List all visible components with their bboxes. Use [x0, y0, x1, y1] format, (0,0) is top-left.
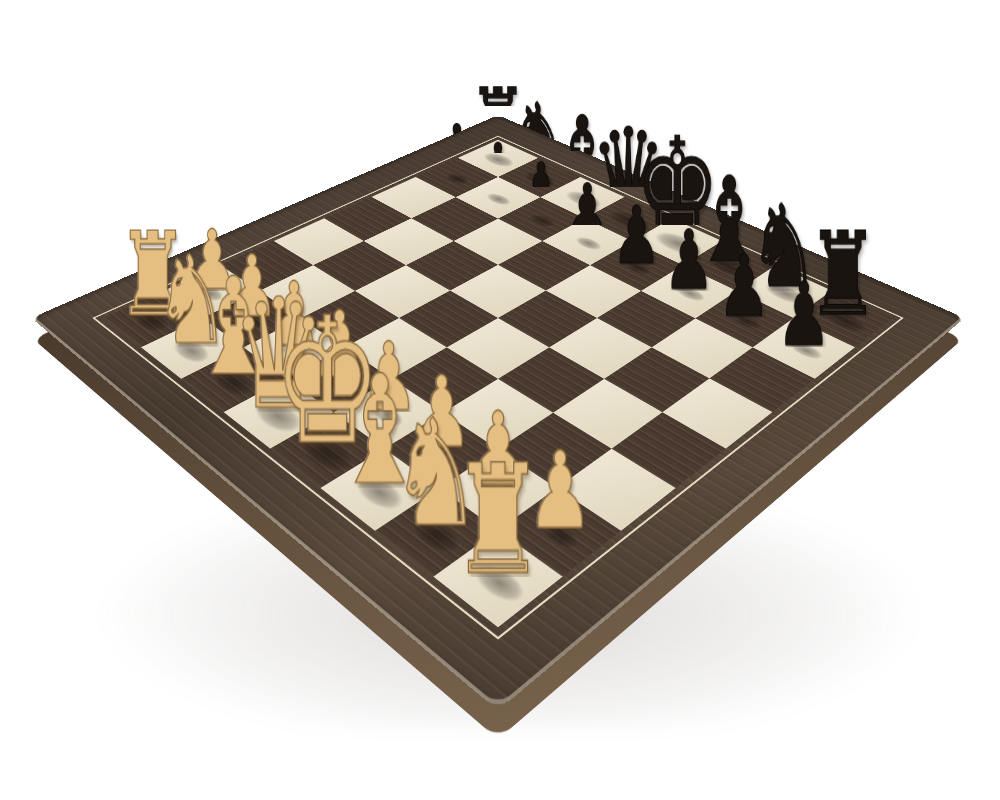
pieces-layer: ♜♞♝♛♚♝♞♜♟♟♟♟♟♟♟♟♟♟♟♟♟♟♟♟♜♞♝♛♚♝♞♜: [103, 140, 892, 628]
photo-scene: ♜♞♝♛♚♝♞♜♟♟♟♟♟♟♟♟♟♟♟♟♟♟♟♟♜♞♝♛♚♝♞♜: [0, 0, 1000, 800]
product-photo: ♜♞♝♛♚♝♞♜♟♟♟♟♟♟♟♟♟♟♟♟♟♟♟♟♜♞♝♛♚♝♞♜: [0, 0, 1000, 800]
chess-board: ♜♞♝♛♚♝♞♜♟♟♟♟♟♟♟♟♟♟♟♟♟♟♟♟♜♞♝♛♚♝♞♜: [31, 115, 964, 711]
white-rook-icon: ♜: [380, 206, 616, 577]
black-pawn-icon: ♟: [711, 54, 898, 347]
